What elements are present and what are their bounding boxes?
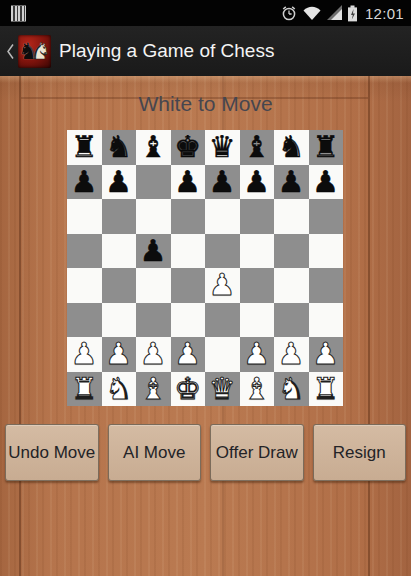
- undo-move-button[interactable]: Undo Move: [5, 424, 99, 481]
- white-pawn: ♟: [209, 268, 236, 303]
- square-a1[interactable]: ♜: [67, 372, 102, 407]
- square-h8[interactable]: ♜: [309, 130, 344, 165]
- square-c5[interactable]: ♟: [136, 234, 171, 269]
- square-h1[interactable]: ♜: [309, 372, 344, 407]
- square-c4[interactable]: [136, 268, 171, 303]
- black-pawn: ♟: [174, 165, 201, 200]
- turn-status-text: White to Move: [0, 92, 411, 116]
- square-f5[interactable]: [240, 234, 275, 269]
- square-b3[interactable]: [102, 303, 137, 338]
- signal-icon: [326, 5, 343, 21]
- square-g1[interactable]: ♞: [274, 372, 309, 407]
- white-rook: ♜: [71, 372, 98, 407]
- white-pawn: ♟: [312, 337, 339, 372]
- square-c8[interactable]: ♝: [136, 130, 171, 165]
- square-f8[interactable]: ♝: [240, 130, 275, 165]
- square-h4[interactable]: [309, 268, 344, 303]
- offer-draw-button[interactable]: Offer Draw: [210, 424, 304, 481]
- black-pawn: ♟: [105, 165, 132, 200]
- square-d3[interactable]: [171, 303, 206, 338]
- battery-charging-icon: [347, 5, 358, 22]
- white-pawn: ♟: [71, 337, 98, 372]
- square-d7[interactable]: ♟: [171, 165, 206, 200]
- square-e2[interactable]: [205, 337, 240, 372]
- square-h2[interactable]: ♟: [309, 337, 344, 372]
- back-chevron-icon[interactable]: [6, 42, 16, 60]
- black-king: ♚: [174, 130, 201, 165]
- square-a7[interactable]: ♟: [67, 165, 102, 200]
- black-pawn: ♟: [243, 165, 270, 200]
- controls-row: Undo Move AI Move Offer Draw Resign: [0, 424, 411, 481]
- square-d4[interactable]: [171, 268, 206, 303]
- white-pawn: ♟: [105, 337, 132, 372]
- black-bishop: ♝: [243, 130, 270, 165]
- notification-stripes-icon: [11, 5, 26, 22]
- square-b1[interactable]: ♞: [102, 372, 137, 407]
- black-knight: ♞: [105, 130, 132, 165]
- status-bar: 12:01: [0, 0, 411, 26]
- square-a2[interactable]: ♟: [67, 337, 102, 372]
- square-a8[interactable]: ♜: [67, 130, 102, 165]
- app-title: Playing a Game of Chess: [59, 40, 274, 62]
- square-e6[interactable]: [205, 199, 240, 234]
- square-d6[interactable]: [171, 199, 206, 234]
- white-pawn: ♟: [243, 337, 270, 372]
- square-g4[interactable]: [274, 268, 309, 303]
- square-f3[interactable]: [240, 303, 275, 338]
- square-f2[interactable]: ♟: [240, 337, 275, 372]
- square-d5[interactable]: [171, 234, 206, 269]
- chess-app-screen: 12:01 ♞ ♞ Playing a Game of Chess White …: [0, 0, 411, 576]
- white-knight: ♞: [278, 372, 305, 407]
- square-a6[interactable]: [67, 199, 102, 234]
- white-knight: ♞: [105, 372, 132, 407]
- square-c7[interactable]: [136, 165, 171, 200]
- square-b7[interactable]: ♟: [102, 165, 137, 200]
- black-pawn: ♟: [278, 165, 305, 200]
- square-e7[interactable]: ♟: [205, 165, 240, 200]
- app-bar: ♞ ♞ Playing a Game of Chess: [0, 26, 411, 76]
- square-h7[interactable]: ♟: [309, 165, 344, 200]
- square-b6[interactable]: [102, 199, 137, 234]
- square-c1[interactable]: ♝: [136, 372, 171, 407]
- chess-knights-app-icon[interactable]: ♞ ♞: [18, 35, 51, 68]
- square-f6[interactable]: [240, 199, 275, 234]
- square-e8[interactable]: ♛: [205, 130, 240, 165]
- wood-seam: [368, 76, 370, 576]
- square-e4[interactable]: ♟: [205, 268, 240, 303]
- black-queen: ♛: [209, 130, 236, 165]
- black-pawn: ♟: [312, 165, 339, 200]
- white-pawn: ♟: [140, 337, 167, 372]
- black-knight: ♞: [278, 130, 305, 165]
- black-pawn: ♟: [71, 165, 98, 200]
- square-g5[interactable]: [274, 234, 309, 269]
- white-pawn: ♟: [278, 337, 305, 372]
- white-knight-icon: ♞: [30, 35, 51, 68]
- black-bishop: ♝: [140, 130, 167, 165]
- square-e1[interactable]: ♛: [205, 372, 240, 407]
- white-bishop: ♝: [140, 372, 167, 407]
- square-f7[interactable]: ♟: [240, 165, 275, 200]
- clock-time: 12:01: [365, 5, 404, 22]
- square-h5[interactable]: [309, 234, 344, 269]
- square-e5[interactable]: [205, 234, 240, 269]
- square-b8[interactable]: ♞: [102, 130, 137, 165]
- wood-seam: [19, 76, 21, 576]
- square-b4[interactable]: [102, 268, 137, 303]
- black-pawn: ♟: [140, 234, 167, 269]
- black-pawn: ♟: [209, 165, 236, 200]
- square-f1[interactable]: ♝: [240, 372, 275, 407]
- square-c6[interactable]: [136, 199, 171, 234]
- black-rook: ♜: [312, 130, 339, 165]
- square-e3[interactable]: [205, 303, 240, 338]
- game-stage: White to Move ♜♞♝♚♛♝♞♜♟♟♟♟♟♟♟♟♟♟♟♟♟♟♟♟♜♞…: [0, 76, 411, 576]
- alarm-icon: [280, 4, 298, 22]
- wifi-icon: [302, 5, 322, 21]
- white-king: ♚: [174, 372, 201, 407]
- square-g6[interactable]: [274, 199, 309, 234]
- ai-move-button[interactable]: AI Move: [108, 424, 202, 481]
- square-a4[interactable]: [67, 268, 102, 303]
- white-rook: ♜: [312, 372, 339, 407]
- square-h6[interactable]: [309, 199, 344, 234]
- white-pawn: ♟: [174, 337, 201, 372]
- square-c3[interactable]: [136, 303, 171, 338]
- square-h3[interactable]: [309, 303, 344, 338]
- black-rook: ♜: [71, 130, 98, 165]
- square-g8[interactable]: ♞: [274, 130, 309, 165]
- square-b2[interactable]: ♟: [102, 337, 137, 372]
- square-f4[interactable]: [240, 268, 275, 303]
- resign-button[interactable]: Resign: [313, 424, 407, 481]
- square-g2[interactable]: ♟: [274, 337, 309, 372]
- square-c2[interactable]: ♟: [136, 337, 171, 372]
- square-g3[interactable]: [274, 303, 309, 338]
- square-d8[interactable]: ♚: [171, 130, 206, 165]
- chess-board: ♜♞♝♚♛♝♞♜♟♟♟♟♟♟♟♟♟♟♟♟♟♟♟♟♜♞♝♚♛♝♞♜: [67, 130, 343, 406]
- square-a3[interactable]: [67, 303, 102, 338]
- square-a5[interactable]: [67, 234, 102, 269]
- square-g7[interactable]: ♟: [274, 165, 309, 200]
- white-queen: ♛: [209, 372, 236, 407]
- white-bishop: ♝: [243, 372, 270, 407]
- square-b5[interactable]: [102, 234, 137, 269]
- square-d1[interactable]: ♚: [171, 372, 206, 407]
- square-d2[interactable]: ♟: [171, 337, 206, 372]
